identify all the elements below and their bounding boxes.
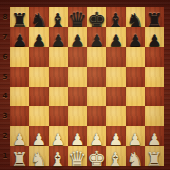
square-h7[interactable]: ♟ — [145, 27, 164, 47]
square-a2[interactable]: ♟ — [10, 126, 29, 146]
square-g7[interactable]: ♟ — [126, 27, 145, 47]
square-c7[interactable]: ♟ — [49, 27, 68, 47]
piece-white-knight-b1[interactable]: ♞ — [30, 151, 47, 168]
square-a8[interactable]: ♜ — [10, 7, 29, 27]
piece-white-rook-a1[interactable]: ♜ — [11, 151, 28, 168]
chess-board-grid: ♜♞♝♛♚♝♞♜♟♟♟♟♟♟♟♟♟♟♟♟♟♟♟♟♜♞♝♛♚♝♞♜ — [10, 7, 164, 166]
square-e2[interactable]: ♟ — [87, 126, 106, 146]
square-b6[interactable] — [29, 47, 48, 67]
square-a4[interactable] — [10, 87, 29, 107]
square-g3[interactable] — [126, 106, 145, 126]
rank-label-8: 8 — [0, 7, 10, 27]
chess-app-board: 8 7 6 5 4 3 2 1 ♜♞♝♛♚♝♞♜♟♟♟♟♟♟♟♟♟♟♟♟♟♟♟♟… — [0, 0, 170, 170]
square-b2[interactable]: ♟ — [29, 126, 48, 146]
square-f8[interactable]: ♝ — [106, 7, 125, 27]
square-g2[interactable]: ♟ — [126, 126, 145, 146]
square-a5[interactable] — [10, 67, 29, 87]
rank-label-7: 7 — [0, 27, 10, 47]
square-b5[interactable] — [29, 67, 48, 87]
square-f3[interactable] — [106, 106, 125, 126]
piece-white-bishop-c1[interactable]: ♝ — [50, 151, 67, 168]
square-d3[interactable] — [68, 106, 87, 126]
square-d1[interactable]: ♛ — [68, 146, 87, 166]
square-f7[interactable]: ♟ — [106, 27, 125, 47]
square-e5[interactable] — [87, 67, 106, 87]
square-d2[interactable]: ♟ — [68, 126, 87, 146]
square-f6[interactable] — [106, 47, 125, 67]
rank-label-6: 6 — [0, 47, 10, 67]
square-a6[interactable] — [10, 47, 29, 67]
square-c1[interactable]: ♝ — [49, 146, 68, 166]
square-c4[interactable] — [49, 87, 68, 107]
piece-white-knight-g1[interactable]: ♞ — [127, 151, 144, 168]
rank-label-1: 1 — [0, 146, 10, 166]
square-d6[interactable] — [68, 47, 87, 67]
square-a3[interactable] — [10, 106, 29, 126]
square-f2[interactable]: ♟ — [106, 126, 125, 146]
square-g6[interactable] — [126, 47, 145, 67]
rank-label-4: 4 — [0, 87, 10, 107]
piece-white-rook-h1[interactable]: ♜ — [146, 151, 163, 168]
square-b7[interactable]: ♟ — [29, 27, 48, 47]
square-e7[interactable]: ♟ — [87, 27, 106, 47]
piece-white-queen-d1[interactable]: ♛ — [68, 151, 87, 168]
square-b1[interactable]: ♞ — [29, 146, 48, 166]
square-d5[interactable] — [68, 67, 87, 87]
square-h8[interactable]: ♜ — [145, 7, 164, 27]
square-f1[interactable]: ♝ — [106, 146, 125, 166]
rank-coordinates: 8 7 6 5 4 3 2 1 — [0, 7, 10, 166]
square-g4[interactable] — [126, 87, 145, 107]
square-d4[interactable] — [68, 87, 87, 107]
square-h1[interactable]: ♜ — [145, 146, 164, 166]
square-h4[interactable] — [145, 87, 164, 107]
rank-label-5: 5 — [0, 67, 10, 87]
square-g8[interactable]: ♞ — [126, 7, 145, 27]
square-b3[interactable] — [29, 106, 48, 126]
square-a1[interactable]: ♜ — [10, 146, 29, 166]
square-h2[interactable]: ♟ — [145, 126, 164, 146]
square-h5[interactable] — [145, 67, 164, 87]
square-e4[interactable] — [87, 87, 106, 107]
square-f4[interactable] — [106, 87, 125, 107]
rank-label-3: 3 — [0, 106, 10, 126]
square-f5[interactable] — [106, 67, 125, 87]
square-h6[interactable] — [145, 47, 164, 67]
square-h3[interactable] — [145, 106, 164, 126]
square-e8[interactable]: ♚ — [87, 7, 106, 27]
square-e3[interactable] — [87, 106, 106, 126]
square-b8[interactable]: ♞ — [29, 7, 48, 27]
piece-white-bishop-f1[interactable]: ♝ — [107, 151, 124, 168]
piece-white-king-e1[interactable]: ♚ — [87, 151, 106, 168]
square-c6[interactable] — [49, 47, 68, 67]
square-e1[interactable]: ♚ — [87, 146, 106, 166]
square-b4[interactable] — [29, 87, 48, 107]
rank-label-2: 2 — [0, 126, 10, 146]
square-d8[interactable]: ♛ — [68, 7, 87, 27]
square-g5[interactable] — [126, 67, 145, 87]
square-c5[interactable] — [49, 67, 68, 87]
square-d7[interactable]: ♟ — [68, 27, 87, 47]
square-a7[interactable]: ♟ — [10, 27, 29, 47]
square-c3[interactable] — [49, 106, 68, 126]
square-c2[interactable]: ♟ — [49, 126, 68, 146]
square-c8[interactable]: ♝ — [49, 7, 68, 27]
square-g1[interactable]: ♞ — [126, 146, 145, 166]
square-e6[interactable] — [87, 47, 106, 67]
